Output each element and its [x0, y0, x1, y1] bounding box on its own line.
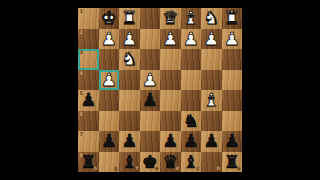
square-b4[interactable] [201, 70, 222, 91]
square-h8[interactable]: 8h♜ [78, 152, 99, 173]
square-f7[interactable]: ♟ [119, 131, 140, 152]
rank-label-7: 7 [80, 132, 83, 137]
square-c8[interactable]: c♝ [181, 152, 202, 173]
black-pawn[interactable]: ♟ [80, 91, 96, 109]
square-f1[interactable]: ♜ [119, 8, 140, 29]
square-h4[interactable]: 4 [78, 70, 99, 91]
square-h1[interactable]: 1 [78, 8, 99, 29]
white-knight[interactable]: ♞ [121, 50, 137, 68]
square-d1[interactable]: ♛ [160, 8, 181, 29]
square-c2[interactable]: ♟ [181, 29, 202, 50]
square-f4[interactable] [119, 70, 140, 91]
rank-label-6: 6 [80, 112, 83, 117]
white-pawn[interactable]: ♟ [101, 70, 117, 88]
black-pawn[interactable]: ♟ [121, 132, 137, 150]
square-f5[interactable] [119, 90, 140, 111]
square-c5[interactable] [181, 90, 202, 111]
square-g7[interactable]: ♟ [99, 131, 120, 152]
white-pawn[interactable]: ♟ [203, 29, 219, 47]
square-a1[interactable]: ♜ [222, 8, 243, 29]
square-a5[interactable] [222, 90, 243, 111]
square-c4[interactable] [181, 70, 202, 91]
square-c1[interactable]: ♝ [181, 8, 202, 29]
square-c3[interactable] [181, 49, 202, 70]
square-b7[interactable]: ♟ [201, 131, 222, 152]
square-b6[interactable] [201, 111, 222, 132]
square-c7[interactable]: ♟ [181, 131, 202, 152]
square-f2[interactable]: ♟ [119, 29, 140, 50]
white-knight[interactable]: ♞ [203, 9, 219, 27]
rank-label-1: 1 [80, 9, 83, 14]
square-a2[interactable]: ♟ [222, 29, 243, 50]
square-h7[interactable]: 7 [78, 131, 99, 152]
white-bishop[interactable]: ♝ [183, 9, 199, 27]
white-pawn[interactable]: ♟ [224, 29, 240, 47]
rank-label-2: 2 [80, 30, 83, 35]
white-pawn[interactable]: ♟ [142, 70, 158, 88]
black-pawn[interactable]: ♟ [101, 132, 117, 150]
square-b2[interactable]: ♟ [201, 29, 222, 50]
square-d5[interactable] [160, 90, 181, 111]
square-g6[interactable] [99, 111, 120, 132]
square-d7[interactable]: ♟ [160, 131, 181, 152]
square-c6[interactable]: ♞ [181, 111, 202, 132]
square-b8[interactable]: b [201, 152, 222, 173]
square-e1[interactable] [140, 8, 161, 29]
rank-label-4: 4 [80, 71, 83, 76]
square-g3[interactable] [99, 49, 120, 70]
black-pawn[interactable]: ♟ [162, 132, 178, 150]
white-pawn[interactable]: ♟ [162, 29, 178, 47]
black-pawn[interactable]: ♟ [203, 132, 219, 150]
black-bishop[interactable]: ♝ [183, 152, 199, 170]
square-h3[interactable]: 3 [78, 49, 99, 70]
square-g1[interactable]: ♚ [99, 8, 120, 29]
square-a6[interactable] [222, 111, 243, 132]
square-g5[interactable] [99, 90, 120, 111]
black-pawn[interactable]: ♟ [183, 132, 199, 150]
white-bishop[interactable]: ♝ [203, 91, 219, 109]
white-pawn[interactable]: ♟ [121, 29, 137, 47]
square-b3[interactable] [201, 49, 222, 70]
square-e6[interactable] [140, 111, 161, 132]
square-a3[interactable] [222, 49, 243, 70]
file-label-b: b [216, 166, 220, 171]
square-g4[interactable]: ♟ [99, 70, 120, 91]
chess-board: 1♚♜♛♝♞♜2♟♟♟♟♟♟3♞4♟♟5♟♟♝6♞7♟♟♟♟♟♟8h♜gf♝e♚… [78, 8, 242, 172]
white-queen[interactable]: ♛ [162, 9, 178, 27]
square-e8[interactable]: e♚ [140, 152, 161, 173]
square-e2[interactable] [140, 29, 161, 50]
square-e5[interactable]: ♟ [140, 90, 161, 111]
black-queen[interactable]: ♛ [162, 152, 178, 170]
square-f6[interactable] [119, 111, 140, 132]
rank-label-3: 3 [80, 50, 83, 55]
square-e7[interactable] [140, 131, 161, 152]
white-pawn[interactable]: ♟ [183, 29, 199, 47]
square-g8[interactable]: g [99, 152, 120, 173]
black-bishop[interactable]: ♝ [121, 152, 137, 170]
black-knight[interactable]: ♞ [183, 111, 199, 129]
square-e3[interactable] [140, 49, 161, 70]
black-rook[interactable]: ♜ [224, 152, 240, 170]
square-d3[interactable] [160, 49, 181, 70]
white-rook[interactable]: ♜ [121, 9, 137, 27]
black-king[interactable]: ♚ [142, 152, 158, 170]
white-rook[interactable]: ♜ [224, 9, 240, 27]
square-d8[interactable]: d♛ [160, 152, 181, 173]
square-b1[interactable]: ♞ [201, 8, 222, 29]
square-a7[interactable]: ♟ [222, 131, 243, 152]
square-f8[interactable]: f♝ [119, 152, 140, 173]
black-pawn[interactable]: ♟ [142, 91, 158, 109]
square-h5[interactable]: 5♟ [78, 90, 99, 111]
square-d4[interactable] [160, 70, 181, 91]
black-rook[interactable]: ♜ [80, 152, 96, 170]
square-d6[interactable] [160, 111, 181, 132]
letterboxed-background: 1♚♜♛♝♞♜2♟♟♟♟♟♟3♞4♟♟5♟♟♝6♞7♟♟♟♟♟♟8h♜gf♝e♚… [0, 0, 320, 180]
file-label-g: g [114, 166, 118, 171]
square-d2[interactable]: ♟ [160, 29, 181, 50]
black-pawn[interactable]: ♟ [224, 132, 240, 150]
square-g2[interactable]: ♟ [99, 29, 120, 50]
white-king[interactable]: ♚ [101, 9, 117, 27]
square-h6[interactable]: 6 [78, 111, 99, 132]
square-e4[interactable]: ♟ [140, 70, 161, 91]
white-pawn[interactable]: ♟ [101, 29, 117, 47]
square-f3[interactable]: ♞ [119, 49, 140, 70]
square-a4[interactable] [222, 70, 243, 91]
square-h2[interactable]: 2 [78, 29, 99, 50]
square-a8[interactable]: a♜ [222, 152, 243, 173]
square-b5[interactable]: ♝ [201, 90, 222, 111]
